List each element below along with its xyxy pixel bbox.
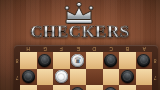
file-label: E [70,45,87,52]
rank-label: 6 [152,85,158,90]
board-grid: ♛ [20,52,152,90]
king-crown-icon: ♛ [71,54,84,67]
board-square[interactable] [86,85,103,90]
black-man-piece[interactable] [104,54,117,67]
board-square[interactable] [53,69,70,86]
black-man-piece[interactable] [137,54,150,67]
board-square[interactable] [53,85,70,90]
rank-label: 7 [152,69,158,86]
black-man-piece[interactable] [71,87,84,90]
board-square[interactable] [119,85,136,90]
board-square[interactable] [20,85,37,90]
board-square[interactable] [70,69,87,86]
board-square[interactable] [70,85,87,90]
white-man-piece[interactable] [55,70,68,83]
board-square[interactable] [20,69,37,86]
board-square[interactable] [103,85,120,90]
board-square[interactable] [136,69,153,86]
rank-label: 8 [14,52,20,69]
board-square[interactable] [53,52,70,69]
black-man-piece[interactable] [104,87,117,90]
board-square[interactable] [86,69,103,86]
file-labels: HGFEDCBA [20,45,152,52]
white-king-piece[interactable]: ♛ [71,54,84,67]
checkers-title-screen: ♛ CHECKERS HGFEDCBA 876 876 ♛ [0,0,160,90]
file-label: F [53,45,70,52]
black-man-piece[interactable] [121,70,134,83]
crown-logo-icon [62,1,96,24]
file-label: D [86,45,103,52]
board-square[interactable] [37,85,54,90]
board-square[interactable] [103,52,120,69]
rank-label: 8 [152,52,158,69]
game-title: CHECKERS [0,22,160,41]
black-man-piece[interactable] [22,70,35,83]
black-man-piece[interactable] [38,54,51,67]
file-label: A [136,45,153,52]
checkers-board: HGFEDCBA 876 876 ♛ [14,45,158,90]
board-square[interactable] [119,52,136,69]
rank-labels-left: 876 [14,52,20,90]
rank-label: 7 [14,69,20,86]
board-square[interactable] [136,85,153,90]
file-label: H [20,45,37,52]
board-square[interactable] [37,69,54,86]
file-label: G [37,45,54,52]
board-square[interactable]: ♛ [70,52,87,69]
board-square[interactable] [136,52,153,69]
board-square[interactable] [103,69,120,86]
board-square[interactable] [20,52,37,69]
file-label: B [119,45,136,52]
board-square[interactable] [37,52,54,69]
board-square[interactable] [119,69,136,86]
board-square[interactable] [86,52,103,69]
file-label: C [103,45,120,52]
rank-labels-right: 876 [152,52,158,90]
rank-label: 6 [14,85,20,90]
